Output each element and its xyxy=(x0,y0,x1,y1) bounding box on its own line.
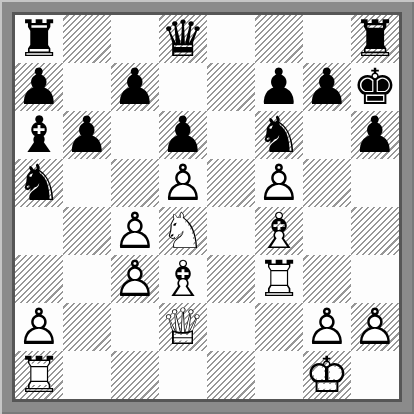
square-a1[interactable]: ♜♖ xyxy=(15,351,63,399)
square-e1[interactable] xyxy=(207,351,255,399)
square-e6[interactable] xyxy=(207,111,255,159)
square-f7[interactable]: ♟ xyxy=(255,63,303,111)
square-e7[interactable] xyxy=(207,63,255,111)
white-piece-outline: ♖ xyxy=(15,351,63,399)
black-king: ♚ xyxy=(351,63,399,111)
square-c3[interactable]: ♟♙ xyxy=(111,255,159,303)
white-pawn: ♟♙ xyxy=(303,303,351,351)
white-pawn: ♟♙ xyxy=(351,303,399,351)
white-piece-outline: ♙ xyxy=(255,159,303,207)
black-bishop: ♝ xyxy=(15,111,63,159)
white-bishop: ♝♗ xyxy=(159,255,207,303)
white-piece-outline: ♘ xyxy=(159,207,207,255)
square-h4[interactable] xyxy=(351,207,399,255)
white-pawn: ♟♙ xyxy=(111,255,159,303)
square-f8[interactable] xyxy=(255,15,303,63)
white-piece-outline: ♙ xyxy=(111,255,159,303)
square-e3[interactable] xyxy=(207,255,255,303)
square-f3[interactable]: ♜♖ xyxy=(255,255,303,303)
white-pawn: ♟♙ xyxy=(255,159,303,207)
black-pawn: ♟ xyxy=(15,63,63,111)
square-f5[interactable]: ♟♙ xyxy=(255,159,303,207)
black-pawn: ♟ xyxy=(303,63,351,111)
square-f6[interactable]: ♞ xyxy=(255,111,303,159)
white-knight: ♞♘ xyxy=(159,207,207,255)
black-pawn: ♟ xyxy=(159,111,207,159)
square-h6[interactable]: ♟ xyxy=(351,111,399,159)
white-piece-outline: ♙ xyxy=(111,207,159,255)
square-a6[interactable]: ♝ xyxy=(15,111,63,159)
square-e8[interactable] xyxy=(207,15,255,63)
square-f2[interactable] xyxy=(255,303,303,351)
board-frame: ♜♛♜♟♟♟♟♚♝♟♟♞♟♞♟♙♟♙♟♙♞♘♝♗♟♙♝♗♜♖♟♙♛♕♟♙♟♙♜♖… xyxy=(0,0,414,414)
white-rook: ♜♖ xyxy=(15,351,63,399)
square-d7[interactable] xyxy=(159,63,207,111)
square-h8[interactable]: ♜ xyxy=(351,15,399,63)
square-b7[interactable] xyxy=(63,63,111,111)
white-piece-outline: ♗ xyxy=(159,255,207,303)
square-b4[interactable] xyxy=(63,207,111,255)
white-piece-outline: ♗ xyxy=(255,207,303,255)
white-queen: ♛♕ xyxy=(159,303,207,351)
square-g6[interactable] xyxy=(303,111,351,159)
square-g3[interactable] xyxy=(303,255,351,303)
black-knight: ♞ xyxy=(15,159,63,207)
square-c6[interactable] xyxy=(111,111,159,159)
black-pawn: ♟ xyxy=(111,63,159,111)
square-a7[interactable]: ♟ xyxy=(15,63,63,111)
square-a2[interactable]: ♟♙ xyxy=(15,303,63,351)
square-c2[interactable] xyxy=(111,303,159,351)
white-piece-outline: ♙ xyxy=(15,303,63,351)
square-b2[interactable] xyxy=(63,303,111,351)
square-c1[interactable] xyxy=(111,351,159,399)
square-b8[interactable] xyxy=(63,15,111,63)
square-d8[interactable]: ♛ xyxy=(159,15,207,63)
square-d3[interactable]: ♝♗ xyxy=(159,255,207,303)
square-d2[interactable]: ♛♕ xyxy=(159,303,207,351)
square-h3[interactable] xyxy=(351,255,399,303)
square-d6[interactable]: ♟ xyxy=(159,111,207,159)
square-d1[interactable] xyxy=(159,351,207,399)
square-e5[interactable] xyxy=(207,159,255,207)
square-h1[interactable] xyxy=(351,351,399,399)
white-bishop: ♝♗ xyxy=(255,207,303,255)
square-c5[interactable] xyxy=(111,159,159,207)
square-h5[interactable] xyxy=(351,159,399,207)
square-e4[interactable] xyxy=(207,207,255,255)
black-rook: ♜ xyxy=(15,15,63,63)
white-pawn: ♟♙ xyxy=(111,207,159,255)
square-a3[interactable] xyxy=(15,255,63,303)
square-h2[interactable]: ♟♙ xyxy=(351,303,399,351)
square-d4[interactable]: ♞♘ xyxy=(159,207,207,255)
white-pawn: ♟♙ xyxy=(15,303,63,351)
black-pawn: ♟ xyxy=(351,111,399,159)
white-piece-outline: ♔ xyxy=(303,351,351,399)
white-piece-outline: ♙ xyxy=(303,303,351,351)
square-c7[interactable]: ♟ xyxy=(111,63,159,111)
black-queen: ♛ xyxy=(159,15,207,63)
square-c4[interactable]: ♟♙ xyxy=(111,207,159,255)
square-g2[interactable]: ♟♙ xyxy=(303,303,351,351)
square-d5[interactable]: ♟♙ xyxy=(159,159,207,207)
black-pawn: ♟ xyxy=(255,63,303,111)
square-b6[interactable]: ♟ xyxy=(63,111,111,159)
square-a8[interactable]: ♜ xyxy=(15,15,63,63)
square-g8[interactable] xyxy=(303,15,351,63)
square-g4[interactable] xyxy=(303,207,351,255)
square-a4[interactable] xyxy=(15,207,63,255)
square-g5[interactable] xyxy=(303,159,351,207)
white-piece-outline: ♙ xyxy=(159,159,207,207)
square-b1[interactable] xyxy=(63,351,111,399)
square-g7[interactable]: ♟ xyxy=(303,63,351,111)
square-b5[interactable] xyxy=(63,159,111,207)
white-rook: ♜♖ xyxy=(255,255,303,303)
square-c8[interactable] xyxy=(111,15,159,63)
square-f1[interactable] xyxy=(255,351,303,399)
black-pawn: ♟ xyxy=(63,111,111,159)
chess-board: ♜♛♜♟♟♟♟♚♝♟♟♞♟♞♟♙♟♙♟♙♞♘♝♗♟♙♝♗♜♖♟♙♛♕♟♙♟♙♜♖… xyxy=(12,12,402,402)
square-a5[interactable]: ♞ xyxy=(15,159,63,207)
square-h7[interactable]: ♚ xyxy=(351,63,399,111)
white-piece-outline: ♙ xyxy=(351,303,399,351)
black-knight: ♞ xyxy=(255,111,303,159)
black-rook: ♜ xyxy=(351,15,399,63)
square-e2[interactable] xyxy=(207,303,255,351)
square-f4[interactable]: ♝♗ xyxy=(255,207,303,255)
white-piece-outline: ♖ xyxy=(255,255,303,303)
white-king: ♚♔ xyxy=(303,351,351,399)
square-g1[interactable]: ♚♔ xyxy=(303,351,351,399)
white-pawn: ♟♙ xyxy=(159,159,207,207)
square-b3[interactable] xyxy=(63,255,111,303)
white-piece-outline: ♕ xyxy=(159,303,207,351)
